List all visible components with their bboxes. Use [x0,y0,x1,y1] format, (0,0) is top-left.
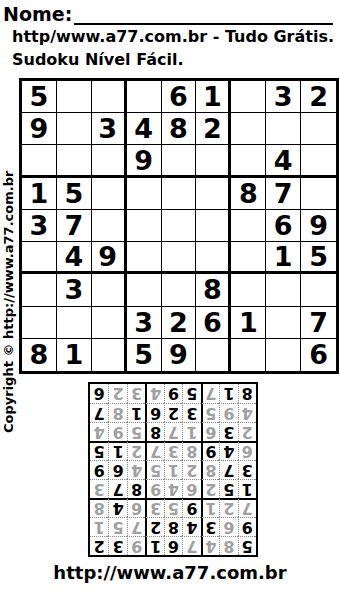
puzzle-cell-given: 1 [22,178,57,210]
puzzle-cell-empty[interactable] [266,307,301,339]
solution-cell-given: 3 [238,460,256,479]
puzzle-cell-empty[interactable] [57,81,92,113]
solution-cell-solved: 9 [219,403,237,422]
puzzle-cell-empty[interactable] [57,307,92,339]
puzzle-cell-empty[interactable] [92,145,127,177]
puzzle-cell-empty[interactable] [22,274,57,306]
solution-cell-solved: 7 [145,441,163,460]
solution-cell-given: 5 [182,384,200,403]
puzzle-cell-given: 5 [301,242,336,274]
puzzle-cell-given: 5 [57,178,92,210]
site-headline: http/www.a77.com.br - Tudo Grátis. [12,27,334,46]
solution-cell-given: 7 [219,460,237,479]
solution-cell-given: 2 [90,536,108,555]
puzzle-cell-empty[interactable] [196,242,231,274]
puzzle-cell-given: 4 [57,242,92,274]
solution-cell-solved: 2 [127,441,145,460]
puzzle-cell-empty[interactable] [22,145,57,177]
solution-cell-given: 5 [90,441,108,460]
puzzle-cell-given: 1 [231,307,266,339]
solution-cell-solved: 7 [164,422,182,441]
puzzle-cell-given: 8 [231,178,266,210]
puzzle-cell-empty[interactable] [266,274,301,306]
puzzle-cell-given: 6 [266,210,301,242]
puzzle-cell-empty[interactable] [301,145,336,177]
solution-cell-solved: 6 [201,422,219,441]
puzzle-cell-given: 3 [92,113,127,145]
puzzle-cell-empty[interactable] [266,113,301,145]
puzzle-cell-given: 3 [22,210,57,242]
solution-cell-solved: 1 [201,498,219,517]
solution-cell-given: 9 [182,498,200,517]
solution-cell-solved: 1 [164,460,182,479]
solution-grid: 5847619329634827517219536481526498733782… [88,382,258,557]
solution-cell-solved: 8 [219,536,237,555]
puzzle-cell-empty[interactable] [196,178,231,210]
solution-cell-solved: 1 [182,422,200,441]
puzzle-cell-given: 2 [301,81,336,113]
puzzle-cell-empty[interactable] [162,210,197,242]
solution-cell-solved: 8 [108,403,126,422]
solution-cell-solved: 4 [127,460,145,479]
sudoku-worksheet-page: Nome: http/www.a77.com.br - Tudo Grátis.… [0,0,340,596]
solution-cell-solved: 7 [201,384,219,403]
puzzle-cell-given: 7 [301,307,336,339]
puzzle-cell-empty[interactable] [196,145,231,177]
solution-cell-solved: 8 [182,441,200,460]
solution-cell-given: 4 [219,441,237,460]
solution-cell-given: 5 [238,536,256,555]
puzzle-cell-given: 5 [127,339,162,371]
puzzle-cell-given: 9 [22,113,57,145]
puzzle-grid: 561329348294158737694915383261781596 [19,78,339,374]
puzzle-cell-empty[interactable] [22,307,57,339]
puzzle-cell-empty[interactable] [162,145,197,177]
solution-cell-given: 4 [182,517,200,536]
puzzle-cell-empty[interactable] [231,81,266,113]
puzzle-cell-empty[interactable] [301,113,336,145]
puzzle-title: Sudoku Nível Fácil. [12,50,184,69]
copyright-vertical-text: Copyright © http://www.a77.com.br [1,82,16,433]
puzzle-cell-given: 7 [57,210,92,242]
solution-cell-solved: 8 [90,498,108,517]
puzzle-cell-empty[interactable] [231,145,266,177]
puzzle-cell-empty[interactable] [162,242,197,274]
puzzle-cell-given: 3 [57,274,92,306]
puzzle-cell-empty[interactable] [127,274,162,306]
solution-cell-solved: 4 [145,384,163,403]
solution-cell-given: 1 [219,384,237,403]
solution-cell-given: 8 [145,422,163,441]
puzzle-cell-empty[interactable] [231,339,266,371]
solution-cell-given: 6 [90,384,108,403]
puzzle-cell-empty[interactable] [22,242,57,274]
puzzle-cell-empty[interactable] [162,274,197,306]
solution-cell-given: 7 [90,403,108,422]
puzzle-cell-given: 1 [57,339,92,371]
solution-cell-solved: 6 [219,517,237,536]
puzzle-cell-empty[interactable] [57,145,92,177]
solution-cell-given: 6 [145,403,163,422]
puzzle-cell-given: 9 [127,145,162,177]
solution-cell-given: 8 [127,479,145,498]
puzzle-cell-given: 1 [266,242,301,274]
name-row: Nome: [3,2,333,25]
puzzle-cell-empty[interactable] [231,210,266,242]
solution-cell-solved: 9 [127,536,145,555]
solution-cell-given: 6 [108,460,126,479]
puzzle-cell-empty[interactable] [92,307,127,339]
puzzle-cell-empty[interactable] [127,178,162,210]
solution-cell-given: 2 [145,517,163,536]
solution-cell-given: 1 [238,479,256,498]
puzzle-cell-given: 8 [22,339,57,371]
puzzle-cell-empty[interactable] [92,339,127,371]
solution-cell-given: 7 [108,479,126,498]
solution-cell-given: 3 [108,536,126,555]
solution-cell-solved: 3 [127,384,145,403]
puzzle-cell-empty[interactable] [92,81,127,113]
solution-cell-solved: 9 [145,479,163,498]
puzzle-cell-empty[interactable] [92,274,127,306]
solution-cell-solved: 6 [238,441,256,460]
puzzle-cell-given: 6 [162,81,197,113]
puzzle-cell-given: 7 [266,178,301,210]
solution-cell-solved: 5 [201,403,219,422]
solution-cell-given: 1 [108,441,126,460]
solution-cell-solved: 3 [145,498,163,517]
puzzle-cell-given: 4 [266,145,301,177]
puzzle-cell-given: 4 [127,113,162,145]
solution-cell-solved: 2 [219,498,237,517]
puzzle-cell-given: 9 [92,242,127,274]
solution-cell-solved: 5 [164,498,182,517]
solution-cell-solved: 5 [127,422,145,441]
puzzle-cell-given: 3 [266,81,301,113]
puzzle-cell-empty[interactable] [231,113,266,145]
solution-cell-solved: 5 [108,517,126,536]
puzzle-cell-empty[interactable] [57,113,92,145]
solution-cell-solved: 3 [90,479,108,498]
solution-cell-given: 9 [164,384,182,403]
solution-cell-solved: 3 [164,441,182,460]
solution-cell-solved: 2 [182,460,200,479]
puzzle-cell-given: 2 [162,307,197,339]
puzzle-cell-empty[interactable] [266,339,301,371]
solution-cell-given: 1 [127,403,145,422]
solution-cell-solved: 4 [90,422,108,441]
solution-cell-solved: 4 [201,536,219,555]
puzzle-cell-empty[interactable] [196,210,231,242]
puzzle-cell-given: 2 [196,113,231,145]
solution-cell-given: 5 [219,479,237,498]
puzzle-cell-empty[interactable] [92,210,127,242]
solution-cell-given: 1 [145,536,163,555]
puzzle-cell-empty[interactable] [92,178,127,210]
puzzle-cell-empty[interactable] [162,178,197,210]
solution-cell-solved: 6 [127,498,145,517]
puzzle-cell-empty[interactable] [196,339,231,371]
puzzle-cell-given: 6 [196,307,231,339]
puzzle-cell-empty[interactable] [127,242,162,274]
solution-cell-solved: 7 [127,517,145,536]
solution-cell-solved: 7 [238,498,256,517]
puzzle-cell-given: 3 [127,307,162,339]
solution-cell-solved: 9 [108,422,126,441]
solution-cell-given: 9 [201,441,219,460]
solution-cell-given: 3 [182,403,200,422]
puzzle-cell-empty[interactable] [231,274,266,306]
puzzle-cell-given: 1 [196,81,231,113]
solution-cell-solved: 6 [182,479,200,498]
solution-cell-solved: 2 [238,422,256,441]
name-blank-line[interactable] [74,2,333,25]
puzzle-cell-given: 9 [301,210,336,242]
solution-cell-given: 8 [238,384,256,403]
solution-cell-given: 3 [219,422,237,441]
solution-cell-solved: 4 [164,479,182,498]
solution-cell-solved: 2 [108,384,126,403]
solution-cell-solved: 5 [145,460,163,479]
puzzle-cell-given: 6 [301,339,336,371]
puzzle-cell-empty[interactable] [301,178,336,210]
solution-cell-given: 8 [164,517,182,536]
solution-cell-given: 6 [164,536,182,555]
puzzle-cell-empty[interactable] [301,274,336,306]
solution-cell-solved: 2 [201,479,219,498]
puzzle-cell-empty[interactable] [127,81,162,113]
solution-cell-solved: 7 [182,536,200,555]
puzzle-cell-given: 8 [196,274,231,306]
solution-cell-given: 4 [108,498,126,517]
solution-cell-solved: 4 [238,403,256,422]
puzzle-cell-empty[interactable] [231,242,266,274]
solution-cell-given: 9 [238,517,256,536]
footer-url: http://www.a77.com.br [0,562,340,583]
solution-cell-given: 2 [164,403,182,422]
puzzle-cell-given: 8 [162,113,197,145]
name-label: Nome: [3,3,72,25]
solution-cell-solved: 8 [201,460,219,479]
solution-cell-given: 3 [201,517,219,536]
solution-cell-given: 9 [90,460,108,479]
puzzle-cell-given: 9 [162,339,197,371]
puzzle-cell-empty[interactable] [127,210,162,242]
puzzle-cell-given: 5 [22,81,57,113]
solution-cell-solved: 1 [90,517,108,536]
